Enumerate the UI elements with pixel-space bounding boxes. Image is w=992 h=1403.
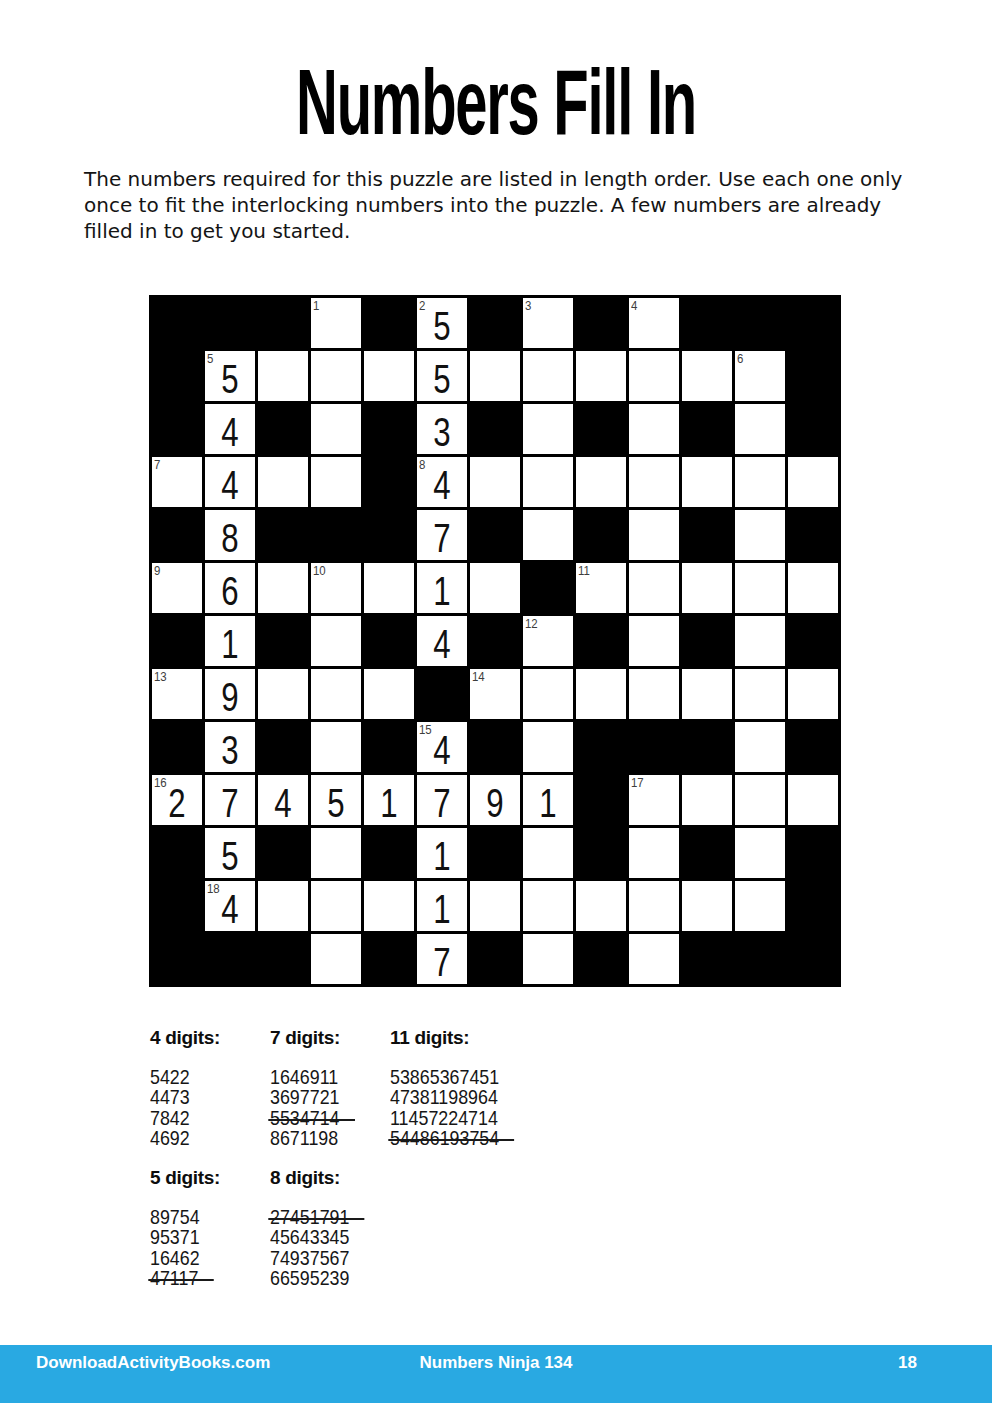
black-cell: [682, 616, 732, 666]
grid-cell[interactable]: [629, 351, 679, 401]
black-cell: [258, 298, 308, 348]
grid-cell[interactable]: [682, 457, 732, 507]
instructions-line: once to fit the interlocking numbers int…: [84, 192, 944, 218]
black-cell: [788, 881, 838, 931]
grid-cell[interactable]: [523, 457, 573, 507]
grid-cell[interactable]: [364, 563, 414, 613]
footer-page-number: 18: [898, 1353, 917, 1373]
clue-number: 4: [631, 298, 637, 313]
grid-cell[interactable]: 5: [417, 351, 467, 401]
black-cell: [152, 616, 202, 666]
black-cell: [576, 775, 626, 825]
word-item: 1646911: [270, 1067, 338, 1087]
grid-cell[interactable]: [576, 669, 626, 719]
word-item: 8671198: [270, 1128, 338, 1148]
black-cell: [788, 404, 838, 454]
cell-digit: 2: [158, 778, 197, 828]
black-cell: [258, 510, 308, 560]
grid-cell[interactable]: 13: [152, 669, 202, 719]
black-cell: [735, 298, 785, 348]
black-cell: [258, 404, 308, 454]
black-cell: [682, 510, 732, 560]
word-item: 5422: [150, 1067, 190, 1087]
instructions-line: The numbers required for this puzzle are…: [84, 166, 944, 192]
cell-digit: 4: [423, 725, 462, 775]
grid-cell[interactable]: [523, 722, 573, 772]
grid-cell[interactable]: [735, 828, 785, 878]
black-cell: [470, 510, 520, 560]
black-cell: [788, 828, 838, 878]
grid-cell[interactable]: [311, 669, 361, 719]
grid-cell[interactable]: [311, 616, 361, 666]
word-item: 3697721: [270, 1087, 340, 1107]
black-cell: [205, 298, 255, 348]
black-cell: [152, 404, 202, 454]
grid-cell[interactable]: [523, 934, 573, 984]
grid-cell[interactable]: 6: [735, 351, 785, 401]
black-cell: [152, 351, 202, 401]
instructions-line: filled in to get you started.: [84, 218, 944, 244]
word-list-column: 7 digits:1646911369772155347148671198: [270, 1027, 390, 1149]
black-cell: [152, 722, 202, 772]
grid-cell[interactable]: 10: [311, 563, 361, 613]
grid-cell[interactable]: [311, 722, 361, 772]
black-cell: [258, 828, 308, 878]
black-cell: [470, 828, 520, 878]
grid-cell[interactable]: 3: [205, 722, 255, 772]
word-item-crossed: 54486193754: [390, 1128, 499, 1148]
grid-cell[interactable]: [576, 457, 626, 507]
grid-cell[interactable]: 11: [576, 563, 626, 613]
cell-digit: 7: [211, 778, 250, 828]
black-cell: [470, 934, 520, 984]
grid-cell[interactable]: [523, 669, 573, 719]
grid-cell[interactable]: [258, 881, 308, 931]
grid-cell[interactable]: [682, 881, 732, 931]
black-cell: [364, 722, 414, 772]
grid-cell[interactable]: 7: [205, 775, 255, 825]
grid-cell[interactable]: 5: [205, 828, 255, 878]
word-list-header: 11 digits:: [390, 1027, 610, 1067]
grid-cell[interactable]: 1: [417, 881, 467, 931]
grid-cell[interactable]: [311, 351, 361, 401]
footer-book-title: Numbers Ninja 134: [0, 1353, 992, 1373]
cell-digit: 4: [211, 460, 250, 510]
grid-cell[interactable]: [735, 457, 785, 507]
puzzle-grid: 1253455564374848796101111412139143154162…: [149, 295, 841, 987]
grid-cell[interactable]: [788, 775, 838, 825]
black-cell: [735, 934, 785, 984]
word-list-header: 8 digits:: [270, 1167, 490, 1207]
black-cell: [152, 510, 202, 560]
grid-cell[interactable]: [735, 881, 785, 931]
cell-digit: 4: [211, 884, 250, 934]
black-cell: [629, 722, 679, 772]
word-list-column: 5 digits:89754953711646247117: [150, 1167, 270, 1289]
grid-cell[interactable]: [629, 669, 679, 719]
word-item: 45643345: [270, 1227, 349, 1247]
word-list-header: 7 digits:: [270, 1027, 390, 1067]
grid-cell[interactable]: 184: [205, 881, 255, 931]
grid-cell[interactable]: 1: [417, 828, 467, 878]
grid-cell[interactable]: 4: [258, 775, 308, 825]
grid-cell[interactable]: [258, 669, 308, 719]
black-cell: [576, 298, 626, 348]
black-cell: [258, 722, 308, 772]
grid-cell[interactable]: 154: [417, 722, 467, 772]
word-item: 4692: [150, 1128, 190, 1148]
black-cell: [364, 616, 414, 666]
grid-cell[interactable]: 1: [417, 563, 467, 613]
black-cell: [576, 934, 626, 984]
grid-cell[interactable]: [629, 616, 679, 666]
grid-cell[interactable]: [788, 563, 838, 613]
black-cell: [364, 298, 414, 348]
cell-digit: 6: [211, 566, 250, 616]
black-cell: [576, 404, 626, 454]
black-cell: [682, 404, 732, 454]
grid-cell[interactable]: 9: [205, 669, 255, 719]
grid-cell[interactable]: [629, 563, 679, 613]
word-list-header: 4 digits:: [150, 1027, 270, 1067]
clue-number: 13: [154, 669, 167, 684]
word-item: 66595239: [270, 1268, 349, 1288]
black-cell: [152, 298, 202, 348]
grid-cell[interactable]: 84: [417, 457, 467, 507]
black-cell: [364, 510, 414, 560]
grid-cell[interactable]: 3: [417, 404, 467, 454]
black-cell: [576, 722, 626, 772]
word-item-crossed: 47117: [150, 1268, 198, 1288]
page-title: Numbers Fill In: [184, 52, 809, 152]
puzzle-page: Numbers Fill In The numbers required for…: [0, 0, 992, 1403]
black-cell: [470, 722, 520, 772]
grid-cell[interactable]: 1: [311, 298, 361, 348]
black-cell: [576, 616, 626, 666]
grid-cell[interactable]: [576, 881, 626, 931]
grid-cell[interactable]: 1: [364, 775, 414, 825]
cell-digit: 5: [423, 301, 462, 351]
word-item: 7842: [150, 1108, 190, 1128]
word-item: 4473: [150, 1087, 190, 1107]
grid-cell[interactable]: [311, 881, 361, 931]
black-cell: [205, 934, 255, 984]
black-cell: [788, 934, 838, 984]
cell-digit: 7: [423, 778, 462, 828]
grid-cell[interactable]: [788, 457, 838, 507]
grid-cell[interactable]: [470, 563, 520, 613]
grid-cell[interactable]: [682, 351, 732, 401]
grid-cell[interactable]: [735, 563, 785, 613]
cell-digit: 4: [423, 460, 462, 510]
word-lists: 4 digits:54224473784246927 digits:164691…: [150, 1027, 610, 1307]
cell-digit: 4: [264, 778, 303, 828]
cell-digit: 5: [211, 831, 250, 881]
cell-digit: 9: [476, 778, 515, 828]
grid-cell[interactable]: [523, 881, 573, 931]
grid-cell[interactable]: [682, 563, 732, 613]
black-cell: [258, 616, 308, 666]
cell-digit: 1: [529, 778, 568, 828]
word-item: 89754: [150, 1207, 200, 1227]
grid-cell[interactable]: 1: [205, 616, 255, 666]
grid-cell[interactable]: 4: [205, 404, 255, 454]
grid-cell[interactable]: [258, 457, 308, 507]
grid-cell[interactable]: [629, 510, 679, 560]
word-item: 95371: [150, 1227, 200, 1247]
grid-cell[interactable]: 4: [629, 298, 679, 348]
black-cell: [576, 510, 626, 560]
grid-cell[interactable]: [258, 563, 308, 613]
word-list-block: 5 digits:897549537116462471178 digits:27…: [150, 1167, 610, 1307]
clue-number: 1: [313, 298, 319, 313]
black-cell: [311, 510, 361, 560]
grid-cell[interactable]: [258, 351, 308, 401]
grid-cell[interactable]: [735, 722, 785, 772]
cell-digit: 7: [423, 513, 462, 563]
grid-cell[interactable]: [364, 351, 414, 401]
black-cell: [682, 934, 732, 984]
grid-cell[interactable]: 7: [152, 457, 202, 507]
clue-number: 17: [631, 775, 644, 790]
cell-digit: 3: [211, 725, 250, 775]
word-item: 11457224714: [390, 1108, 498, 1128]
black-cell: [470, 298, 520, 348]
instructions: The numbers required for this puzzle are…: [84, 166, 944, 244]
grid-cell[interactable]: 3: [523, 298, 573, 348]
grid-cell[interactable]: [629, 828, 679, 878]
black-cell: [364, 404, 414, 454]
grid-cell[interactable]: [735, 775, 785, 825]
grid-cell[interactable]: 14: [470, 669, 520, 719]
black-cell: [682, 722, 732, 772]
grid-cell[interactable]: [364, 881, 414, 931]
word-item-crossed: 5534714: [270, 1108, 340, 1128]
grid-cell[interactable]: [629, 934, 679, 984]
black-cell: [788, 616, 838, 666]
grid-cell[interactable]: 1: [523, 775, 573, 825]
word-item: 74937567: [270, 1248, 349, 1268]
clue-number: 9: [154, 563, 160, 578]
black-cell: [152, 934, 202, 984]
word-item-crossed: 27451791: [270, 1207, 349, 1227]
grid-cell[interactable]: [470, 457, 520, 507]
grid-cell[interactable]: 55: [205, 351, 255, 401]
black-cell: [364, 828, 414, 878]
word-list-column: 11 digits:538653674514738119896411457224…: [390, 1027, 610, 1149]
grid-cell[interactable]: 7: [417, 510, 467, 560]
black-cell: [258, 934, 308, 984]
black-cell: [682, 298, 732, 348]
clue-number: 10: [313, 563, 326, 578]
black-cell: [788, 510, 838, 560]
grid-cell[interactable]: [735, 404, 785, 454]
black-cell: [523, 563, 573, 613]
grid-cell[interactable]: [629, 457, 679, 507]
grid-cell[interactable]: [364, 669, 414, 719]
cell-digit: 1: [423, 884, 462, 934]
black-cell: [470, 616, 520, 666]
grid-cell[interactable]: [735, 669, 785, 719]
word-item: 16462: [150, 1248, 200, 1268]
grid-cell[interactable]: [735, 510, 785, 560]
word-list-column: 8 digits:2745179145643345749375676659523…: [270, 1167, 490, 1289]
grid-cell[interactable]: 4: [205, 457, 255, 507]
black-cell: [364, 934, 414, 984]
cell-digit: 9: [211, 672, 250, 722]
footer-bar: DownloadActivityBooks.com Numbers Ninja …: [0, 1345, 992, 1403]
word-list-header: 5 digits:: [150, 1167, 270, 1207]
cell-digit: 5: [423, 354, 462, 404]
cell-digit: 7: [423, 937, 462, 987]
grid-cell[interactable]: [523, 404, 573, 454]
grid-cell[interactable]: 6: [205, 563, 255, 613]
word-item: 47381198964: [390, 1087, 498, 1107]
black-cell: [470, 404, 520, 454]
grid-cell[interactable]: [311, 457, 361, 507]
grid-cell[interactable]: [470, 881, 520, 931]
grid-cell[interactable]: 9: [152, 563, 202, 613]
black-cell: [788, 722, 838, 772]
grid-cell[interactable]: [629, 404, 679, 454]
grid-cell[interactable]: [523, 510, 573, 560]
clue-number: 7: [154, 457, 160, 472]
black-cell: [788, 351, 838, 401]
grid-cell[interactable]: [735, 616, 785, 666]
black-cell: [417, 669, 467, 719]
grid-cell[interactable]: [311, 404, 361, 454]
grid-cell[interactable]: 5: [311, 775, 361, 825]
black-cell: [788, 298, 838, 348]
grid-cell[interactable]: [523, 351, 573, 401]
grid-cell[interactable]: [311, 828, 361, 878]
cell-digit: 1: [423, 566, 462, 616]
grid-cell[interactable]: 8: [205, 510, 255, 560]
cell-digit: 4: [211, 407, 250, 457]
grid-cell[interactable]: 162: [152, 775, 202, 825]
black-cell: [364, 457, 414, 507]
black-cell: [152, 828, 202, 878]
grid-cell[interactable]: [682, 669, 732, 719]
black-cell: [152, 881, 202, 931]
grid-cell[interactable]: [682, 775, 732, 825]
grid-cell[interactable]: 4: [417, 616, 467, 666]
grid-cell[interactable]: [788, 669, 838, 719]
cell-digit: 4: [423, 619, 462, 669]
cell-digit: 5: [317, 778, 356, 828]
cell-digit: 5: [211, 354, 250, 404]
grid-cell[interactable]: 9: [470, 775, 520, 825]
black-cell: [576, 828, 626, 878]
grid-cell[interactable]: [470, 351, 520, 401]
clue-number: 6: [737, 351, 743, 366]
grid-cell[interactable]: [629, 881, 679, 931]
word-list-column: 4 digits:5422447378424692: [150, 1027, 270, 1149]
word-list-block: 4 digits:54224473784246927 digits:164691…: [150, 1027, 610, 1167]
grid-cell[interactable]: [576, 351, 626, 401]
grid-cell[interactable]: 7: [417, 775, 467, 825]
cell-digit: 1: [370, 778, 409, 828]
cell-digit: 1: [423, 831, 462, 881]
clue-number: 14: [472, 669, 485, 684]
clue-number: 3: [525, 298, 531, 313]
clue-number: 12: [525, 616, 538, 631]
grid-cell[interactable]: 7: [417, 934, 467, 984]
cell-digit: 8: [211, 513, 250, 563]
cell-digit: 1: [211, 619, 250, 669]
grid-cell[interactable]: 25: [417, 298, 467, 348]
grid-cell[interactable]: [311, 934, 361, 984]
clue-number: 11: [578, 563, 590, 578]
grid-cell[interactable]: 17: [629, 775, 679, 825]
grid-cell[interactable]: [523, 828, 573, 878]
cell-digit: 3: [423, 407, 462, 457]
black-cell: [682, 828, 732, 878]
word-item: 53865367451: [390, 1067, 499, 1087]
grid-cell[interactable]: 12: [523, 616, 573, 666]
